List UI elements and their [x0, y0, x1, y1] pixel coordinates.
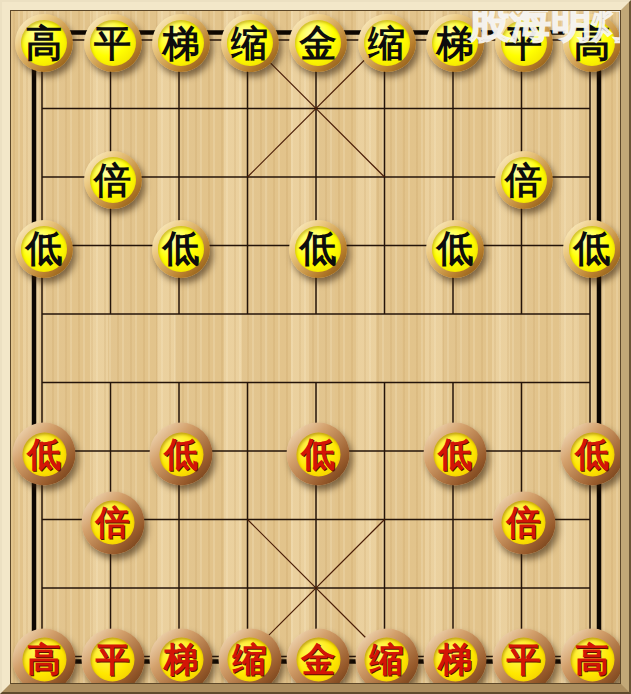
piece-face: 低: [570, 432, 614, 476]
piece-face: 平: [91, 638, 135, 682]
piece-label: 平: [507, 643, 541, 677]
piece-label: 梯: [438, 643, 472, 677]
piece-face: 高: [570, 638, 614, 682]
piece-低-red[interactable]: 低: [561, 423, 624, 486]
piece-label: 低: [438, 437, 472, 471]
piece-face: 高: [21, 20, 67, 66]
piece-低-black[interactable]: 低: [289, 220, 347, 278]
piece-label: 金: [301, 643, 335, 677]
piece-label: 低: [301, 437, 335, 471]
piece-face: 低: [159, 432, 203, 476]
piece-face: 高: [22, 638, 66, 682]
piece-label: 倍: [94, 162, 131, 199]
piece-平-black[interactable]: 平: [84, 14, 142, 72]
piece-label: 倍: [505, 162, 542, 199]
piece-label: 金: [300, 25, 337, 62]
piece-face: 缩: [227, 20, 273, 66]
piece-face: 金: [296, 638, 340, 682]
piece-label: 低: [574, 230, 611, 267]
piece-face: 梯: [159, 638, 203, 682]
piece-低-black[interactable]: 低: [152, 220, 210, 278]
piece-低-black[interactable]: 低: [563, 220, 621, 278]
piece-face: 缩: [365, 638, 409, 682]
piece-face: 低: [433, 432, 477, 476]
piece-label: 平: [96, 643, 130, 677]
piece-face: 倍: [502, 501, 546, 545]
piece-缩-red[interactable]: 缩: [218, 628, 281, 691]
piece-金-red[interactable]: 金: [287, 628, 350, 691]
piece-label: 倍: [507, 506, 541, 540]
piece-label: 梯: [163, 25, 200, 62]
piece-label: 低: [300, 230, 337, 267]
piece-label: 低: [163, 230, 200, 267]
xiangqi-board-window: 高平梯缩金缩梯平高倍倍低低低低低低低低低低倍倍高平梯缩金缩梯平高 股海明灯: [0, 0, 631, 694]
piece-label: 缩: [368, 25, 405, 62]
piece-label: 缩: [233, 643, 267, 677]
piece-face: 低: [22, 432, 66, 476]
piece-倍-red[interactable]: 倍: [81, 491, 144, 554]
piece-梯-red[interactable]: 梯: [424, 628, 487, 691]
piece-低-red[interactable]: 低: [13, 423, 76, 486]
piece-face: 低: [158, 226, 204, 272]
piece-label: 高: [26, 25, 63, 62]
piece-平-red[interactable]: 平: [81, 628, 144, 691]
piece-label: 低: [437, 230, 474, 267]
watermark-text: 股海明灯: [469, 3, 631, 44]
piece-金-black[interactable]: 金: [289, 14, 347, 72]
piece-高-red[interactable]: 高: [561, 628, 624, 691]
piece-高-red[interactable]: 高: [13, 628, 76, 691]
piece-平-red[interactable]: 平: [492, 628, 555, 691]
piece-倍-black[interactable]: 倍: [495, 151, 553, 209]
piece-face: 倍: [91, 501, 135, 545]
piece-face: 平: [502, 638, 546, 682]
piece-label: 高: [27, 643, 61, 677]
piece-face: 金: [295, 20, 341, 66]
piece-倍-black[interactable]: 倍: [84, 151, 142, 209]
piece-face: 平: [90, 20, 136, 66]
piece-face: 梯: [433, 638, 477, 682]
piece-face: 低: [295, 226, 341, 272]
piece-缩-red[interactable]: 缩: [355, 628, 418, 691]
piece-梯-red[interactable]: 梯: [150, 628, 213, 691]
piece-face: 低: [432, 226, 478, 272]
piece-低-black[interactable]: 低: [15, 220, 73, 278]
piece-label: 平: [94, 25, 131, 62]
piece-缩-black[interactable]: 缩: [358, 14, 416, 72]
piece-face: 低: [21, 226, 67, 272]
piece-face: 低: [296, 432, 340, 476]
piece-face: 倍: [90, 157, 136, 203]
piece-face: 缩: [364, 20, 410, 66]
piece-label: 梯: [164, 643, 198, 677]
piece-label: 梯: [437, 25, 474, 62]
piece-label: 高: [575, 643, 609, 677]
piece-label: 低: [27, 437, 61, 471]
piece-face: 低: [569, 226, 615, 272]
piece-label: 低: [575, 437, 609, 471]
piece-face: 梯: [158, 20, 204, 66]
piece-face: 缩: [228, 638, 272, 682]
piece-低-red[interactable]: 低: [424, 423, 487, 486]
piece-缩-black[interactable]: 缩: [221, 14, 279, 72]
piece-label: 缩: [231, 25, 268, 62]
piece-低-red[interactable]: 低: [150, 423, 213, 486]
piece-倍-red[interactable]: 倍: [492, 491, 555, 554]
piece-低-red[interactable]: 低: [287, 423, 350, 486]
piece-label: 缩: [370, 643, 404, 677]
piece-低-black[interactable]: 低: [426, 220, 484, 278]
piece-face: 倍: [501, 157, 547, 203]
piece-梯-black[interactable]: 梯: [152, 14, 210, 72]
piece-label: 低: [26, 230, 63, 267]
pieces-layer: 高平梯缩金缩梯平高倍倍低低低低低低低低低低倍倍高平梯缩金缩梯平高: [0, 0, 631, 694]
piece-高-black[interactable]: 高: [15, 14, 73, 72]
piece-label: 倍: [96, 506, 130, 540]
piece-label: 低: [164, 437, 198, 471]
